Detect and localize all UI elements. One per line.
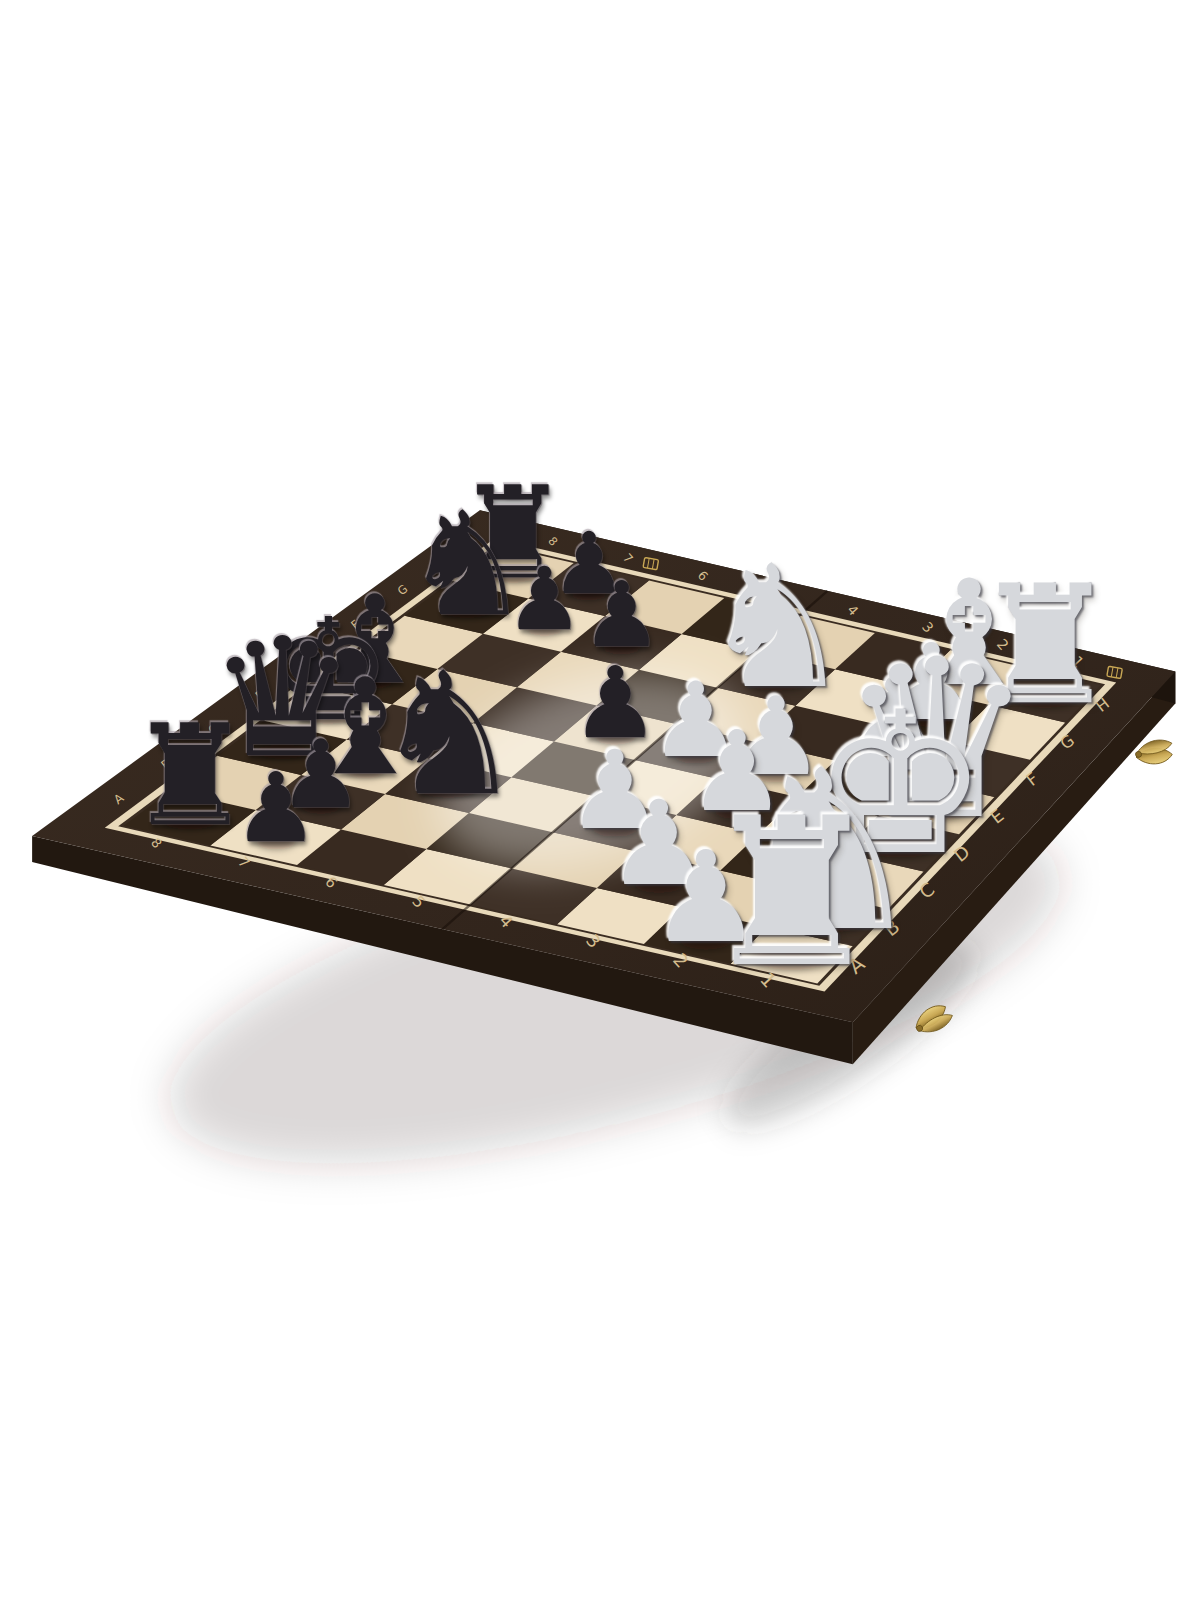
- chess-board: AABBCCDDEEFFGGHH1122334455667788: [0, 0, 1200, 1600]
- product-photo: AABBCCDDEEFFGGHH1122334455667788 ♜♟♞♟♟♝♝…: [0, 0, 1200, 1600]
